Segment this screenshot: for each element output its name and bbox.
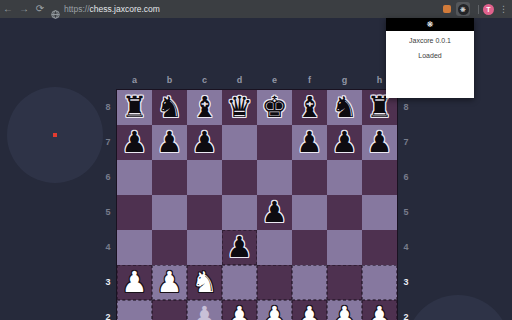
rank-label-4: 4 — [399, 230, 413, 265]
popup-version-text: Jaxcore 0.0.1 — [386, 31, 474, 44]
chess-board: ♜♞♝♛♚♝♞♜♟♟♟♟♟♟♟♟♟♟♞♟♟♟♟♟♟ — [117, 90, 397, 320]
rank-label-4: 4 — [101, 230, 115, 265]
square-g3[interactable] — [327, 265, 362, 300]
forward-button[interactable]: → — [16, 0, 32, 18]
rank-label-8: 8 — [101, 90, 115, 125]
square-h4[interactable] — [362, 230, 397, 265]
square-g8[interactable]: ♞ — [327, 90, 362, 125]
black-queen-d8[interactable]: ♛ — [222, 90, 257, 125]
globe-icon — [51, 5, 60, 14]
rank-label-3: 3 — [399, 265, 413, 300]
black-bishop-c8[interactable]: ♝ — [187, 90, 222, 125]
popup-body: Jaxcore 0.0.1 Loaded — [386, 31, 474, 98]
black-pawn-c7[interactable]: ♟ — [187, 125, 222, 160]
square-h3[interactable] — [362, 265, 397, 300]
white-pawn-b3[interactable]: ♟ — [152, 265, 187, 300]
jaxcore-extension-popup: ❋ Jaxcore 0.0.1 Loaded — [386, 18, 474, 98]
square-b2[interactable] — [152, 300, 187, 320]
browser-menu-button[interactable]: ⋮ — [499, 0, 508, 18]
square-f2[interactable]: ♟ — [292, 300, 327, 320]
rank-label-6: 6 — [399, 160, 413, 195]
square-d6[interactable] — [222, 160, 257, 195]
square-f4[interactable] — [292, 230, 327, 265]
square-g4[interactable] — [327, 230, 362, 265]
square-e7[interactable] — [257, 125, 292, 160]
white-pawn-g2[interactable]: ♟ — [327, 300, 362, 320]
square-a6[interactable] — [117, 160, 152, 195]
rank-label-3: 3 — [101, 265, 115, 300]
square-d7[interactable] — [222, 125, 257, 160]
square-e6[interactable] — [257, 160, 292, 195]
jaxcore-gear-icon: ❋ — [458, 4, 469, 15]
square-h7[interactable]: ♟ — [362, 125, 397, 160]
file-label-c: c — [187, 72, 222, 88]
dial-cursor-dot — [53, 133, 57, 137]
white-pawn-e2[interactable]: ♟ — [257, 300, 292, 320]
white-pawn-a3[interactable]: ♟ — [117, 265, 152, 300]
square-b7[interactable]: ♟ — [152, 125, 187, 160]
square-a4[interactable] — [117, 230, 152, 265]
black-pawn-h7[interactable]: ♟ — [362, 125, 397, 160]
rank-labels-right: 87654321 — [399, 90, 413, 320]
reload-button[interactable]: ⟳ — [32, 0, 48, 18]
file-labels: abcdefgh — [117, 72, 397, 88]
square-f3[interactable] — [292, 265, 327, 300]
square-g2[interactable]: ♟ — [327, 300, 362, 320]
square-h2[interactable]: ♟ — [362, 300, 397, 320]
url-domain: chess.jaxcore.com — [90, 4, 160, 14]
dial-widget-bottom-right — [406, 295, 510, 320]
square-a8[interactable]: ♜ — [117, 90, 152, 125]
square-d3[interactable] — [222, 265, 257, 300]
black-bishop-f8[interactable]: ♝ — [292, 90, 327, 125]
popup-header: ❋ — [386, 18, 474, 31]
rank-label-7: 7 — [399, 125, 413, 160]
square-g5[interactable] — [327, 195, 362, 230]
square-c5[interactable] — [187, 195, 222, 230]
square-c3[interactable]: ♞ — [187, 265, 222, 300]
black-pawn-e5[interactable]: ♟ — [257, 195, 292, 230]
rank-label-2: 2 — [399, 300, 413, 320]
rank-label-5: 5 — [101, 195, 115, 230]
square-g6[interactable] — [327, 160, 362, 195]
square-f8[interactable]: ♝ — [292, 90, 327, 125]
file-label-d: d — [222, 72, 257, 88]
profile-avatar[interactable]: T — [483, 4, 494, 15]
toolbar-separator — [478, 5, 479, 14]
white-pawn-h2[interactable]: ♟ — [362, 300, 397, 320]
jaxcore-extension-button[interactable]: ❋ — [456, 2, 470, 16]
square-e3[interactable] — [257, 265, 292, 300]
square-f7[interactable]: ♟ — [292, 125, 327, 160]
square-d2[interactable]: ♟ — [222, 300, 257, 320]
black-pawn-g7[interactable]: ♟ — [327, 125, 362, 160]
black-pawn-b7[interactable]: ♟ — [152, 125, 187, 160]
rank-labels-left: 87654321 — [101, 90, 115, 320]
jaxcore-logo-icon: ❋ — [427, 20, 434, 29]
white-pawn-f2[interactable]: ♟ — [292, 300, 327, 320]
white-pawn-d2[interactable]: ♟ — [222, 300, 257, 320]
square-b3[interactable]: ♟ — [152, 265, 187, 300]
extension-icon-orange[interactable] — [443, 5, 451, 13]
square-b6[interactable] — [152, 160, 187, 195]
rank-label-7: 7 — [101, 125, 115, 160]
square-a2[interactable] — [117, 300, 152, 320]
square-f6[interactable] — [292, 160, 327, 195]
square-h5[interactable] — [362, 195, 397, 230]
square-a3[interactable]: ♟ — [117, 265, 152, 300]
square-g7[interactable]: ♟ — [327, 125, 362, 160]
square-a7[interactable]: ♟ — [117, 125, 152, 160]
square-c8[interactable]: ♝ — [187, 90, 222, 125]
black-pawn-a7[interactable]: ♟ — [117, 125, 152, 160]
black-pawn-f7[interactable]: ♟ — [292, 125, 327, 160]
file-label-e: e — [257, 72, 292, 88]
black-king-e8[interactable]: ♚ — [257, 90, 292, 125]
file-label-a: a — [117, 72, 152, 88]
browser-toolbar: ← → ⟳ https://chess.jaxcore.com ❋ T ⋮ — [0, 0, 512, 18]
square-d5[interactable] — [222, 195, 257, 230]
rank-label-2: 2 — [101, 300, 115, 320]
square-d4[interactable]: ♟ — [222, 230, 257, 265]
popup-status-text: Loaded — [386, 44, 474, 59]
ghost-white-pawn-c2[interactable]: ♟ — [187, 300, 222, 320]
black-knight-b8[interactable]: ♞ — [152, 90, 187, 125]
square-e5[interactable]: ♟ — [257, 195, 292, 230]
back-button[interactable]: ← — [0, 0, 16, 18]
white-knight-c3[interactable]: ♞ — [187, 265, 222, 300]
square-e4[interactable] — [257, 230, 292, 265]
black-pawn-d4[interactable]: ♟ — [222, 230, 257, 265]
address-bar[interactable]: https://chess.jaxcore.com — [64, 4, 160, 14]
toolbar-right-cluster: ❋ T ⋮ — [443, 0, 512, 18]
square-f5[interactable] — [292, 195, 327, 230]
file-label-g: g — [327, 72, 362, 88]
square-c6[interactable] — [187, 160, 222, 195]
square-c7[interactable]: ♟ — [187, 125, 222, 160]
square-b5[interactable] — [152, 195, 187, 230]
square-e2[interactable]: ♟ — [257, 300, 292, 320]
square-b4[interactable] — [152, 230, 187, 265]
square-d8[interactable]: ♛ — [222, 90, 257, 125]
rank-label-5: 5 — [399, 195, 413, 230]
square-e8[interactable]: ♚ — [257, 90, 292, 125]
file-label-b: b — [152, 72, 187, 88]
square-h6[interactable] — [362, 160, 397, 195]
square-a5[interactable] — [117, 195, 152, 230]
square-b8[interactable]: ♞ — [152, 90, 187, 125]
url-scheme: https:// — [64, 4, 90, 14]
square-c2[interactable]: ♟ — [187, 300, 222, 320]
rank-label-6: 6 — [101, 160, 115, 195]
black-knight-g8[interactable]: ♞ — [327, 90, 362, 125]
square-c4[interactable] — [187, 230, 222, 265]
black-rook-a8[interactable]: ♜ — [117, 90, 152, 125]
file-label-f: f — [292, 72, 327, 88]
